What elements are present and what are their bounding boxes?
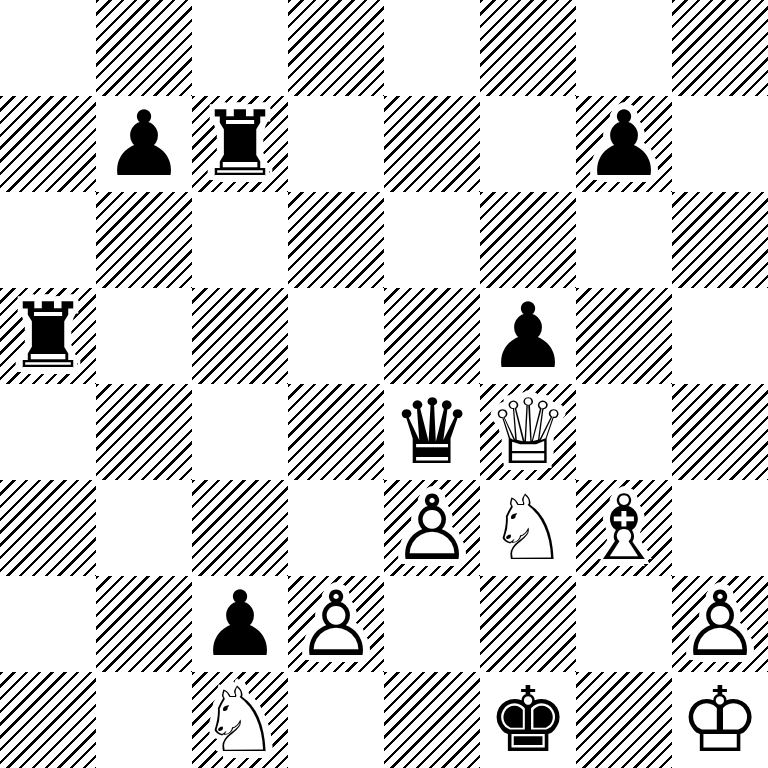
square-b8[interactable] bbox=[96, 0, 192, 96]
black-king-icon: ♚ bbox=[480, 672, 576, 768]
white-pawn-icon: ♙ bbox=[384, 480, 480, 576]
white-pawn-icon: ♙ bbox=[288, 576, 384, 672]
piece-black-pawn-c2[interactable]: ♟♟ bbox=[192, 576, 288, 672]
square-d3[interactable] bbox=[288, 480, 384, 576]
square-e4[interactable]: ♛♛ bbox=[384, 384, 480, 480]
piece-white-bishop-g3[interactable]: ♝♗ bbox=[576, 480, 672, 576]
piece-white-queen-f4[interactable]: ♛♕ bbox=[480, 384, 576, 480]
white-king-icon: ♔ bbox=[672, 672, 768, 768]
square-g6[interactable] bbox=[576, 192, 672, 288]
square-g4[interactable] bbox=[576, 384, 672, 480]
square-h3[interactable] bbox=[672, 480, 768, 576]
piece-black-rook-c7[interactable]: ♜♜ bbox=[192, 96, 288, 192]
square-h8[interactable] bbox=[672, 0, 768, 96]
square-e5[interactable] bbox=[384, 288, 480, 384]
piece-black-pawn-f5[interactable]: ♟♟ bbox=[480, 288, 576, 384]
square-h7[interactable] bbox=[672, 96, 768, 192]
square-g8[interactable] bbox=[576, 0, 672, 96]
square-a8[interactable] bbox=[0, 0, 96, 96]
white-knight-icon: ♘ bbox=[480, 480, 576, 576]
piece-white-pawn-h2[interactable]: ♟♙ bbox=[672, 576, 768, 672]
square-g1[interactable] bbox=[576, 672, 672, 768]
square-c1[interactable]: ♞♘ bbox=[192, 672, 288, 768]
chess-board: ♟♟♜♜♟♟♜♜♟♟♛♛♛♕♟♙♞♘♝♗♟♟♟♙♟♙♞♘♚♚♚♔ bbox=[0, 0, 768, 768]
square-b5[interactable] bbox=[96, 288, 192, 384]
piece-white-pawn-e3[interactable]: ♟♙ bbox=[384, 480, 480, 576]
piece-white-knight-f3[interactable]: ♞♘ bbox=[480, 480, 576, 576]
square-c4[interactable] bbox=[192, 384, 288, 480]
square-c7[interactable]: ♜♜ bbox=[192, 96, 288, 192]
square-f1[interactable]: ♚♚ bbox=[480, 672, 576, 768]
black-pawn-icon: ♟ bbox=[576, 96, 672, 192]
white-queen-icon: ♕ bbox=[480, 384, 576, 480]
square-h6[interactable] bbox=[672, 192, 768, 288]
square-d5[interactable] bbox=[288, 288, 384, 384]
square-a4[interactable] bbox=[0, 384, 96, 480]
piece-black-king-f1[interactable]: ♚♚ bbox=[480, 672, 576, 768]
square-a7[interactable] bbox=[0, 96, 96, 192]
square-a2[interactable] bbox=[0, 576, 96, 672]
piece-black-rook-a5[interactable]: ♜♜ bbox=[0, 288, 96, 384]
square-d8[interactable] bbox=[288, 0, 384, 96]
piece-white-knight-c1[interactable]: ♞♘ bbox=[192, 672, 288, 768]
square-a3[interactable] bbox=[0, 480, 96, 576]
square-g2[interactable] bbox=[576, 576, 672, 672]
square-f3[interactable]: ♞♘ bbox=[480, 480, 576, 576]
square-c2[interactable]: ♟♟ bbox=[192, 576, 288, 672]
square-b6[interactable] bbox=[96, 192, 192, 288]
square-d1[interactable] bbox=[288, 672, 384, 768]
square-e6[interactable] bbox=[384, 192, 480, 288]
piece-black-queen-e4[interactable]: ♛♛ bbox=[384, 384, 480, 480]
square-f2[interactable] bbox=[480, 576, 576, 672]
square-d4[interactable] bbox=[288, 384, 384, 480]
square-a1[interactable] bbox=[0, 672, 96, 768]
square-b7[interactable]: ♟♟ bbox=[96, 96, 192, 192]
square-e7[interactable] bbox=[384, 96, 480, 192]
square-c5[interactable] bbox=[192, 288, 288, 384]
square-g7[interactable]: ♟♟ bbox=[576, 96, 672, 192]
square-d6[interactable] bbox=[288, 192, 384, 288]
piece-white-pawn-d2[interactable]: ♟♙ bbox=[288, 576, 384, 672]
square-a6[interactable] bbox=[0, 192, 96, 288]
square-a5[interactable]: ♜♜ bbox=[0, 288, 96, 384]
piece-black-pawn-g7[interactable]: ♟♟ bbox=[576, 96, 672, 192]
square-f8[interactable] bbox=[480, 0, 576, 96]
square-f7[interactable] bbox=[480, 96, 576, 192]
square-f6[interactable] bbox=[480, 192, 576, 288]
square-h1[interactable]: ♚♔ bbox=[672, 672, 768, 768]
square-b3[interactable] bbox=[96, 480, 192, 576]
white-knight-icon: ♘ bbox=[192, 672, 288, 768]
black-queen-icon: ♛ bbox=[384, 384, 480, 480]
square-f4[interactable]: ♛♕ bbox=[480, 384, 576, 480]
square-h2[interactable]: ♟♙ bbox=[672, 576, 768, 672]
square-c6[interactable] bbox=[192, 192, 288, 288]
square-b1[interactable] bbox=[96, 672, 192, 768]
black-pawn-icon: ♟ bbox=[480, 288, 576, 384]
square-c3[interactable] bbox=[192, 480, 288, 576]
square-e2[interactable] bbox=[384, 576, 480, 672]
black-rook-icon: ♜ bbox=[192, 96, 288, 192]
square-e8[interactable] bbox=[384, 0, 480, 96]
square-d7[interactable] bbox=[288, 96, 384, 192]
black-rook-icon: ♜ bbox=[0, 288, 96, 384]
square-d2[interactable]: ♟♙ bbox=[288, 576, 384, 672]
square-h5[interactable] bbox=[672, 288, 768, 384]
square-h4[interactable] bbox=[672, 384, 768, 480]
white-bishop-icon: ♗ bbox=[576, 480, 672, 576]
black-pawn-icon: ♟ bbox=[192, 576, 288, 672]
white-pawn-icon: ♙ bbox=[672, 576, 768, 672]
square-e1[interactable] bbox=[384, 672, 480, 768]
piece-white-king-h1[interactable]: ♚♔ bbox=[672, 672, 768, 768]
square-f5[interactable]: ♟♟ bbox=[480, 288, 576, 384]
square-g5[interactable] bbox=[576, 288, 672, 384]
square-b4[interactable] bbox=[96, 384, 192, 480]
square-c8[interactable] bbox=[192, 0, 288, 96]
square-g3[interactable]: ♝♗ bbox=[576, 480, 672, 576]
piece-black-pawn-b7[interactable]: ♟♟ bbox=[96, 96, 192, 192]
square-b2[interactable] bbox=[96, 576, 192, 672]
square-e3[interactable]: ♟♙ bbox=[384, 480, 480, 576]
black-pawn-icon: ♟ bbox=[96, 96, 192, 192]
